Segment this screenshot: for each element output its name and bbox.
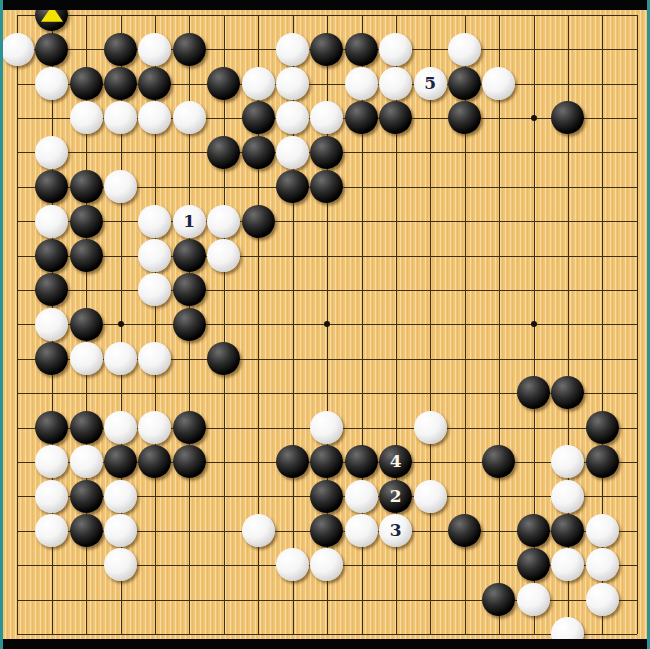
board-cell: 1 (172, 204, 206, 238)
board-cell (378, 101, 412, 135)
board-cell (310, 410, 344, 444)
white-stone (551, 480, 584, 513)
board-cell (34, 513, 68, 547)
board-cell (241, 204, 275, 238)
black-stone (70, 205, 103, 238)
board-cell (310, 479, 344, 513)
black-stone (242, 136, 275, 169)
black-stone (345, 101, 378, 134)
white-stone (586, 548, 619, 581)
board-cell (275, 32, 309, 66)
board-cell (138, 445, 172, 479)
board-cell (310, 169, 344, 203)
black-stone (517, 376, 550, 409)
board-cell (103, 410, 137, 444)
board-cell (344, 513, 378, 547)
board-cell (275, 548, 309, 582)
black-stone (310, 170, 343, 203)
black-stone (517, 514, 550, 547)
board-cell (310, 101, 344, 135)
black-stone (586, 445, 619, 478)
white-stone (35, 67, 68, 100)
board-cell (344, 32, 378, 66)
board-cell (172, 410, 206, 444)
black-stone (482, 445, 515, 478)
board-cell (551, 548, 585, 582)
board-cell (103, 548, 137, 582)
white-stone (242, 67, 275, 100)
board-cell (551, 479, 585, 513)
white-stone (138, 101, 171, 134)
black-stone (35, 170, 68, 203)
board-cell (585, 410, 619, 444)
board-cell: 3 (378, 513, 412, 547)
black-stone (379, 101, 412, 134)
move-number-label: 5 (424, 75, 436, 92)
board-cell (34, 273, 68, 307)
board-cell (69, 66, 103, 100)
board-cell (241, 135, 275, 169)
move-number-label: 1 (183, 213, 195, 230)
board-cell (34, 479, 68, 513)
board-cell (551, 101, 585, 135)
white-stone (138, 33, 171, 66)
board-cell (482, 445, 516, 479)
black-stone (242, 205, 275, 238)
white-stone (35, 205, 68, 238)
board-cell (138, 410, 172, 444)
black-stone (207, 136, 240, 169)
white-stone (104, 411, 137, 444)
board-cell (551, 445, 585, 479)
board-cell (275, 445, 309, 479)
board-stones-grid: 51423 (0, 0, 650, 649)
go-board[interactable]: 51423 (0, 0, 650, 649)
board-cell (172, 307, 206, 341)
left-edge-strip (0, 0, 3, 649)
board-cell (34, 32, 68, 66)
black-stone (551, 514, 584, 547)
board-cell (275, 169, 309, 203)
black-stone (104, 33, 137, 66)
board-cell (516, 513, 550, 547)
white-stone (104, 514, 137, 547)
white-stone (345, 480, 378, 513)
board-cell: 5 (413, 66, 447, 100)
white-stone (551, 445, 584, 478)
white-stone (35, 136, 68, 169)
black-stone (35, 239, 68, 272)
bottom-black-bar (0, 639, 650, 649)
board-cell (585, 513, 619, 547)
board-cell (344, 66, 378, 100)
black-stone (586, 411, 619, 444)
black-stone (104, 445, 137, 478)
black-stone (70, 67, 103, 100)
white-stone (1, 33, 34, 66)
board-cell (310, 513, 344, 547)
black-stone (242, 101, 275, 134)
board-cell (103, 479, 137, 513)
board-cell (34, 238, 68, 272)
white-stone (414, 411, 447, 444)
black-stone (70, 308, 103, 341)
black-stone (70, 480, 103, 513)
board-cell (69, 445, 103, 479)
board-cell: 4 (378, 445, 412, 479)
white-stone (70, 445, 103, 478)
white-stone (35, 480, 68, 513)
white-stone (448, 33, 481, 66)
board-cell (138, 204, 172, 238)
white-stone (586, 583, 619, 616)
board-cell (103, 32, 137, 66)
black-stone (551, 101, 584, 134)
white-stone (379, 33, 412, 66)
white-stone (104, 342, 137, 375)
white-stone (345, 67, 378, 100)
black-stone (207, 67, 240, 100)
black-stone (345, 445, 378, 478)
white-stone (310, 548, 343, 581)
board-cell (69, 513, 103, 547)
board-cell (344, 479, 378, 513)
white-stone (207, 205, 240, 238)
board-cell (206, 135, 240, 169)
board-cell (69, 479, 103, 513)
black-stone (70, 411, 103, 444)
white-stone (482, 67, 515, 100)
white-stone (310, 411, 343, 444)
white-stone (414, 480, 447, 513)
board-cell (34, 66, 68, 100)
black-stone (173, 445, 206, 478)
board-cell (34, 135, 68, 169)
board-cell (69, 204, 103, 238)
board-cell (241, 101, 275, 135)
black-stone (35, 33, 68, 66)
board-cell (103, 66, 137, 100)
board-cell (344, 445, 378, 479)
board-cell (310, 548, 344, 582)
white-stone (104, 170, 137, 203)
black-stone: 2 (379, 480, 412, 513)
board-cell (138, 101, 172, 135)
board-cell (34, 169, 68, 203)
black-stone (173, 33, 206, 66)
board-cell (310, 32, 344, 66)
black-stone (35, 411, 68, 444)
board-cell (447, 513, 481, 547)
black-stone (448, 101, 481, 134)
black-stone (35, 342, 68, 375)
white-stone (345, 514, 378, 547)
white-stone (138, 205, 171, 238)
black-stone (70, 170, 103, 203)
move-number-label: 3 (390, 522, 402, 539)
black-stone (207, 342, 240, 375)
white-stone (35, 514, 68, 547)
white-stone (379, 67, 412, 100)
white-stone (138, 273, 171, 306)
board-cell (206, 341, 240, 375)
move-number-label: 4 (390, 453, 402, 470)
white-stone (70, 101, 103, 134)
black-stone (276, 170, 309, 203)
board-cell (69, 341, 103, 375)
board-cell (34, 410, 68, 444)
board-cell (344, 101, 378, 135)
board-cell (378, 66, 412, 100)
white-stone (104, 548, 137, 581)
black-stone (173, 239, 206, 272)
board-cell (138, 341, 172, 375)
board-cell (34, 204, 68, 238)
white-stone (310, 101, 343, 134)
white-stone (70, 342, 103, 375)
black-stone (138, 67, 171, 100)
black-stone (173, 411, 206, 444)
white-stone: 5 (414, 67, 447, 100)
white-stone (551, 548, 584, 581)
board-cell (413, 410, 447, 444)
board-cell (69, 410, 103, 444)
go-app-window: 51423 (0, 0, 650, 649)
black-stone (70, 514, 103, 547)
black-stone (310, 445, 343, 478)
black-stone (70, 239, 103, 272)
board-cell (516, 582, 550, 616)
black-stone (345, 33, 378, 66)
board-cell (172, 445, 206, 479)
board-cell (275, 101, 309, 135)
black-stone (551, 376, 584, 409)
board-cell (103, 101, 137, 135)
white-stone (104, 101, 137, 134)
white-stone (207, 239, 240, 272)
move-number-label: 2 (390, 488, 402, 505)
white-stone (276, 136, 309, 169)
board-cell (206, 204, 240, 238)
board-cell (138, 273, 172, 307)
black-stone (482, 583, 515, 616)
white-stone (138, 342, 171, 375)
top-black-bar (0, 0, 650, 10)
board-cell (241, 513, 275, 547)
board-cell: 2 (378, 479, 412, 513)
white-stone (138, 239, 171, 272)
board-cell (447, 66, 481, 100)
board-cell (206, 66, 240, 100)
board-cell (69, 101, 103, 135)
white-stone (276, 67, 309, 100)
board-cell (138, 238, 172, 272)
white-stone (138, 411, 171, 444)
black-stone: 4 (379, 445, 412, 478)
board-cell (275, 66, 309, 100)
board-cell (34, 445, 68, 479)
white-stone (517, 583, 550, 616)
board-cell (447, 32, 481, 66)
board-cell (585, 445, 619, 479)
white-stone (276, 101, 309, 134)
white-stone (276, 33, 309, 66)
board-cell (516, 376, 550, 410)
board-cell (103, 169, 137, 203)
white-stone (35, 445, 68, 478)
board-cell (138, 32, 172, 66)
black-stone (276, 445, 309, 478)
board-cell (310, 135, 344, 169)
black-stone (448, 67, 481, 100)
white-stone: 1 (173, 205, 206, 238)
board-cell (585, 582, 619, 616)
white-stone (242, 514, 275, 547)
black-stone (448, 514, 481, 547)
black-stone (138, 445, 171, 478)
board-cell (0, 32, 34, 66)
white-stone: 3 (379, 514, 412, 547)
board-cell (69, 169, 103, 203)
board-cell (206, 238, 240, 272)
black-stone (104, 67, 137, 100)
board-cell (103, 513, 137, 547)
board-cell (34, 341, 68, 375)
black-stone (173, 273, 206, 306)
white-stone (35, 308, 68, 341)
board-cell (103, 341, 137, 375)
white-stone (586, 514, 619, 547)
white-stone (173, 101, 206, 134)
black-stone (310, 136, 343, 169)
board-cell (447, 101, 481, 135)
board-cell (34, 307, 68, 341)
board-cell (516, 548, 550, 582)
board-cell (172, 32, 206, 66)
board-cell (413, 479, 447, 513)
board-cell (585, 548, 619, 582)
board-cell (482, 582, 516, 616)
white-stone (104, 480, 137, 513)
board-cell (172, 101, 206, 135)
board-cell (103, 445, 137, 479)
black-stone (310, 514, 343, 547)
board-cell (310, 445, 344, 479)
board-cell (69, 307, 103, 341)
board-cell (69, 238, 103, 272)
black-stone (310, 480, 343, 513)
board-cell (172, 238, 206, 272)
board-cell (275, 135, 309, 169)
board-cell (482, 66, 516, 100)
black-stone (517, 548, 550, 581)
board-cell (551, 376, 585, 410)
board-cell (551, 513, 585, 547)
board-cell (378, 32, 412, 66)
board-cell (138, 66, 172, 100)
board-cell (241, 66, 275, 100)
black-stone (173, 308, 206, 341)
board-cell (172, 273, 206, 307)
white-stone (276, 548, 309, 581)
black-stone (35, 273, 68, 306)
black-stone (310, 33, 343, 66)
